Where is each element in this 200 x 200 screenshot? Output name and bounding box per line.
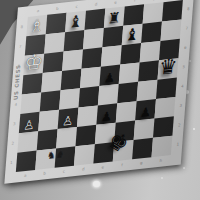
black-rook-e8[interactable]: ♜ — [104, 6, 125, 28]
black-bishop-c8[interactable]: ♝ — [65, 11, 86, 33]
black-pawn-e3[interactable]: ♟ — [96, 103, 117, 125]
black-queen-h5[interactable]: ♛ — [157, 58, 178, 79]
white-bishop-a8[interactable]: ♗ — [26, 15, 47, 37]
table-surface: ♗♝♜♝♔♛♟♙♙♟♟♚ US CHESS ♞♞ aabbccddeeffggh… — [0, 0, 200, 200]
white-pawn-c3[interactable]: ♙ — [58, 108, 79, 130]
chess-board: ♗♝♜♝♔♛♟♙♙♟♟♚ US CHESS ♞♞ aabbccddeeffggh… — [4, 0, 194, 184]
glare-spot — [93, 181, 100, 187]
black-king-f1-fallen[interactable]: ♚ — [103, 131, 130, 157]
black-pawn-e5[interactable]: ♟ — [99, 65, 120, 87]
white-pawn-a3[interactable]: ♙ — [19, 112, 40, 133]
black-bishop-f7[interactable]: ♝ — [122, 24, 143, 46]
piece-layer: ♗♝♜♝♔♛♟♙♙♟♟♚ — [4, 0, 194, 184]
black-pawn-g3[interactable]: ♟ — [135, 99, 156, 121]
white-king-a6[interactable]: ♔ — [23, 54, 44, 76]
